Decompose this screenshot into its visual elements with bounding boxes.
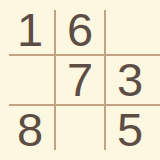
cell-r3c3[interactable]: 5 [105, 105, 155, 155]
cell-r1c1[interactable]: 1 [5, 5, 55, 55]
cell-r2c1[interactable] [5, 55, 55, 105]
cell-r1c2[interactable]: 6 [55, 5, 105, 55]
cell-r2c2[interactable]: 7 [55, 55, 105, 105]
cell-r3c2[interactable] [55, 105, 105, 155]
sudoku-board: 1 6 7 3 8 5 [5, 5, 155, 155]
sudoku-screen: 1 6 7 3 8 5 [0, 0, 160, 160]
cell-r1c3[interactable] [105, 5, 155, 55]
cell-r3c1[interactable]: 8 [5, 105, 55, 155]
cell-r2c3[interactable]: 3 [105, 55, 155, 105]
